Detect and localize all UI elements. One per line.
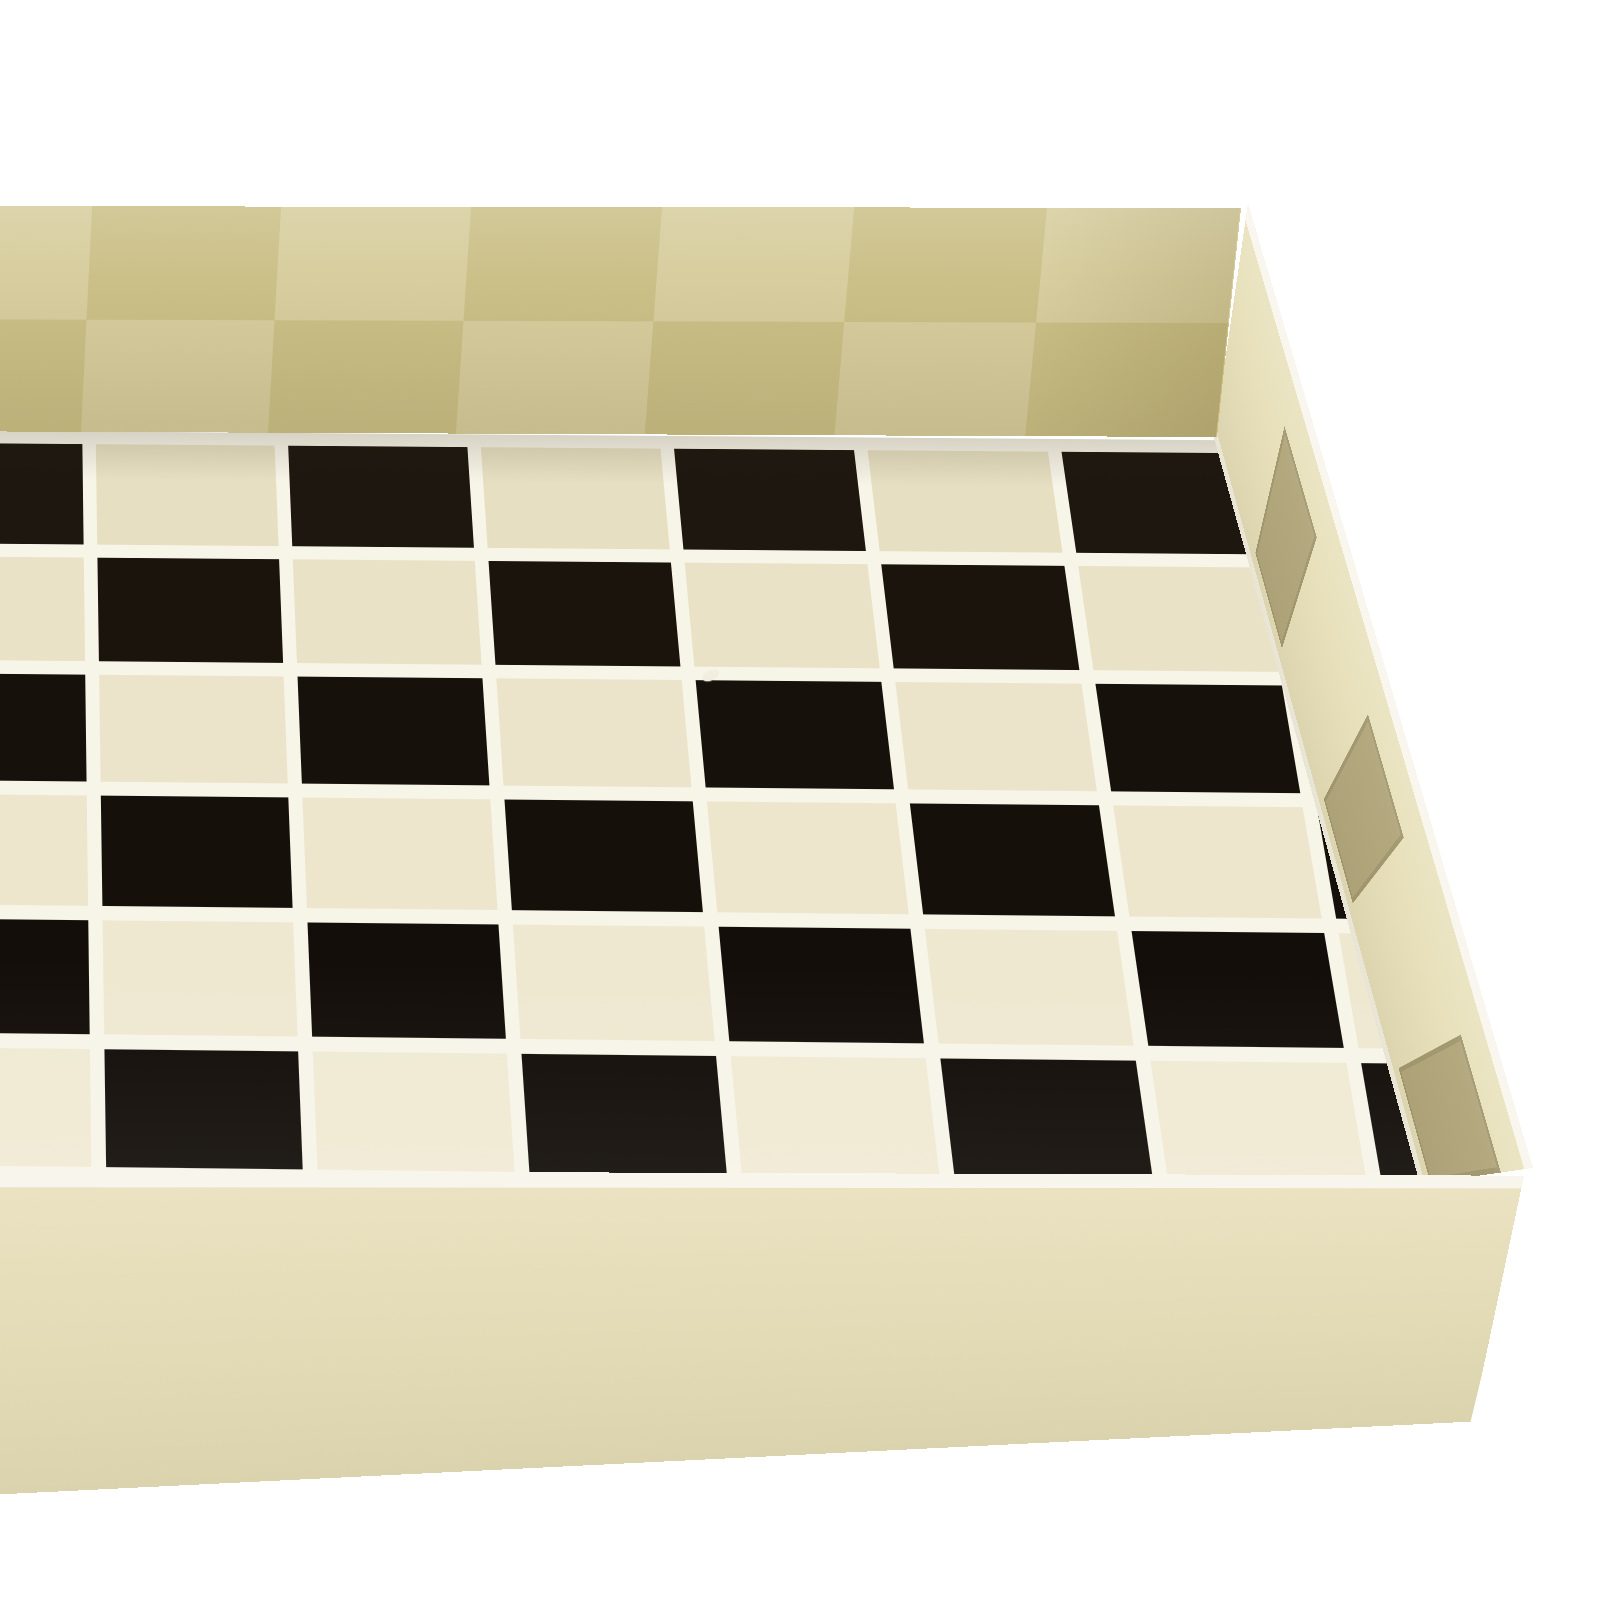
back-wall-shading-overlay	[0, 206, 1240, 437]
product-photo-stage	[0, 0, 1600, 1600]
tray-back-wall	[0, 206, 1240, 437]
